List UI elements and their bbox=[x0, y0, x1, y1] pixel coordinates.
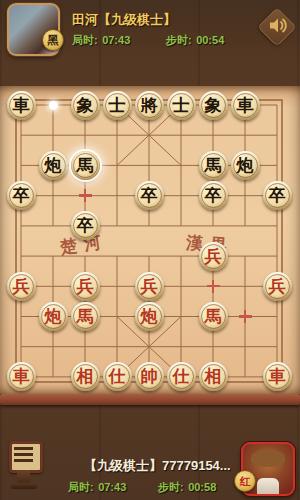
piece-相-red[interactable]: 相 bbox=[71, 362, 100, 391]
bottom-round-time: 局时: 07:43 bbox=[68, 477, 126, 495]
speaker-icon bbox=[265, 14, 289, 38]
board-front-edge bbox=[0, 394, 300, 405]
piece-將-black[interactable]: 將 bbox=[135, 91, 164, 120]
piece-卒-black[interactable]: 卒 bbox=[199, 181, 228, 210]
piece-車-black[interactable]: 車 bbox=[7, 91, 36, 120]
piece-炮-black[interactable]: 炮 bbox=[39, 151, 68, 180]
piece-仕-red[interactable]: 仕 bbox=[103, 362, 132, 391]
black-side-badge: 黑 bbox=[42, 29, 64, 51]
piece-卒-black[interactable]: 卒 bbox=[135, 181, 164, 210]
piece-炮-black[interactable]: 炮 bbox=[231, 151, 260, 180]
piece-兵-red[interactable]: 兵 bbox=[135, 272, 164, 301]
piece-兵-red[interactable]: 兵 bbox=[71, 272, 100, 301]
piece-象-black[interactable]: 象 bbox=[71, 91, 100, 120]
piece-仕-red[interactable]: 仕 bbox=[167, 362, 196, 391]
piece-卒-black[interactable]: 卒 bbox=[7, 181, 36, 210]
piece-馬-red[interactable]: 馬 bbox=[199, 302, 228, 331]
piece-炮-red[interactable]: 炮 bbox=[39, 302, 68, 331]
top-step-time-value: 00:54 bbox=[196, 34, 224, 46]
top-step-time: 步时: 00:54 bbox=[166, 30, 224, 48]
piece-馬-red[interactable]: 馬 bbox=[71, 302, 100, 331]
piece-炮-red[interactable]: 炮 bbox=[135, 302, 164, 331]
point-marker bbox=[79, 189, 92, 202]
podium-base bbox=[11, 483, 37, 489]
bottom-step-time: 步时: 00:58 bbox=[158, 477, 216, 495]
speaker-button[interactable] bbox=[257, 7, 297, 47]
red-side-badge: 红 bbox=[234, 470, 256, 492]
piece-馬-black[interactable]: 馬 bbox=[71, 151, 100, 180]
piece-士-black[interactable]: 士 bbox=[167, 91, 196, 120]
bottom-round-time-value: 07:43 bbox=[98, 481, 126, 493]
top-round-time: 局时: 07:43 bbox=[72, 30, 130, 48]
bottom-round-time-label: 局时: bbox=[68, 481, 94, 493]
piece-士-black[interactable]: 士 bbox=[103, 91, 132, 120]
bottom-player-name: 【九级棋士】77779154... bbox=[84, 457, 231, 475]
piece-車-black[interactable]: 車 bbox=[231, 91, 260, 120]
piece-馬-black[interactable]: 馬 bbox=[199, 151, 228, 180]
game-screen: 黑 田河【九级棋士】 局时: 07:43 步时: 00:54 bbox=[0, 0, 300, 500]
piece-象-black[interactable]: 象 bbox=[199, 91, 228, 120]
piece-帥-red[interactable]: 帥 bbox=[135, 362, 164, 391]
bottom-step-time-label: 步时: bbox=[158, 481, 184, 493]
bottom-step-time-value: 00:58 bbox=[188, 481, 216, 493]
piece-相-red[interactable]: 相 bbox=[199, 362, 228, 391]
piece-車-red[interactable]: 車 bbox=[263, 362, 292, 391]
piece-兵-red[interactable]: 兵 bbox=[263, 272, 292, 301]
piece-兵-red[interactable]: 兵 bbox=[7, 272, 36, 301]
piece-兵-red[interactable]: 兵 bbox=[199, 242, 228, 271]
piece-卒-black[interactable]: 卒 bbox=[263, 181, 292, 210]
piece-卒-black[interactable]: 卒 bbox=[71, 211, 100, 240]
point-marker bbox=[207, 280, 220, 293]
piece-車-red[interactable]: 車 bbox=[7, 362, 36, 391]
top-round-time-label: 局时: bbox=[72, 34, 98, 46]
last-move-origin-dot bbox=[49, 101, 58, 110]
podium-stem bbox=[17, 470, 30, 483]
top-player-name: 田河【九级棋士】 bbox=[72, 11, 176, 29]
top-round-time-value: 07:43 bbox=[102, 34, 130, 46]
xiangqi-board: 楚河 漢界 bbox=[0, 86, 300, 394]
board-grid bbox=[0, 86, 300, 394]
point-marker bbox=[239, 310, 252, 323]
top-step-time-label: 步时: bbox=[166, 34, 192, 46]
move-list-icon bbox=[9, 441, 43, 473]
move-list-button[interactable] bbox=[8, 440, 40, 495]
